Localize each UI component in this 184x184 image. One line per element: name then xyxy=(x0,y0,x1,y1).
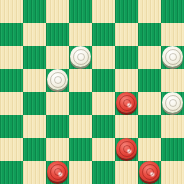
square-r6c2 xyxy=(46,138,69,161)
square-r3c1 xyxy=(23,69,46,92)
square-r0c5[interactable] xyxy=(115,0,138,23)
square-r0c7[interactable] xyxy=(161,0,184,23)
square-r1c7 xyxy=(161,23,184,46)
square-r0c0 xyxy=(0,0,23,23)
square-r4c7[interactable] xyxy=(161,92,184,115)
square-r7c3 xyxy=(69,161,92,184)
square-r5c3 xyxy=(69,115,92,138)
square-r5c0[interactable] xyxy=(0,115,23,138)
square-r7c7 xyxy=(161,161,184,184)
square-r4c6 xyxy=(138,92,161,115)
square-r2c7[interactable] xyxy=(161,46,184,69)
square-r5c2[interactable] xyxy=(46,115,69,138)
square-r1c5 xyxy=(115,23,138,46)
square-r2c6 xyxy=(138,46,161,69)
square-r2c5[interactable] xyxy=(115,46,138,69)
square-r1c4[interactable] xyxy=(92,23,115,46)
square-r2c3[interactable] xyxy=(69,46,92,69)
square-r0c3[interactable] xyxy=(69,0,92,23)
square-r0c4 xyxy=(92,0,115,23)
white-man[interactable] xyxy=(162,46,183,67)
square-r7c1 xyxy=(23,161,46,184)
square-r5c5 xyxy=(115,115,138,138)
square-r3c5 xyxy=(115,69,138,92)
square-r5c7 xyxy=(161,115,184,138)
square-r5c1 xyxy=(23,115,46,138)
square-r4c0 xyxy=(0,92,23,115)
square-r2c4 xyxy=(92,46,115,69)
square-r4c2 xyxy=(46,92,69,115)
white-man[interactable] xyxy=(47,69,68,90)
square-r5c6[interactable] xyxy=(138,115,161,138)
square-r1c1 xyxy=(23,23,46,46)
square-r6c3[interactable] xyxy=(69,138,92,161)
square-r4c4 xyxy=(92,92,115,115)
square-r0c1[interactable] xyxy=(23,0,46,23)
square-r2c1[interactable] xyxy=(23,46,46,69)
square-r3c0[interactable] xyxy=(0,69,23,92)
square-r4c5[interactable] xyxy=(115,92,138,115)
square-r0c6 xyxy=(138,0,161,23)
square-r7c6[interactable] xyxy=(138,161,161,184)
square-r6c0 xyxy=(0,138,23,161)
square-r6c4 xyxy=(92,138,115,161)
square-r1c2[interactable] xyxy=(46,23,69,46)
square-r5c4[interactable] xyxy=(92,115,115,138)
square-r7c5 xyxy=(115,161,138,184)
white-man[interactable] xyxy=(162,92,183,113)
square-r1c6[interactable] xyxy=(138,23,161,46)
red-man[interactable] xyxy=(116,92,137,113)
white-man[interactable] xyxy=(70,46,91,67)
square-r6c6 xyxy=(138,138,161,161)
square-r4c3[interactable] xyxy=(69,92,92,115)
square-r3c6[interactable] xyxy=(138,69,161,92)
square-r7c4[interactable] xyxy=(92,161,115,184)
square-r3c3 xyxy=(69,69,92,92)
square-r0c2 xyxy=(46,0,69,23)
square-r2c2 xyxy=(46,46,69,69)
red-man[interactable] xyxy=(47,161,68,182)
square-r6c1[interactable] xyxy=(23,138,46,161)
square-r3c2[interactable] xyxy=(46,69,69,92)
red-man[interactable] xyxy=(116,138,137,159)
square-r1c0[interactable] xyxy=(0,23,23,46)
square-r1c3 xyxy=(69,23,92,46)
square-r6c5[interactable] xyxy=(115,138,138,161)
red-man[interactable] xyxy=(139,161,160,182)
square-r2c0 xyxy=(0,46,23,69)
checkers-board xyxy=(0,0,184,184)
square-r4c1[interactable] xyxy=(23,92,46,115)
square-r3c4[interactable] xyxy=(92,69,115,92)
square-r3c7 xyxy=(161,69,184,92)
square-r7c2[interactable] xyxy=(46,161,69,184)
square-r7c0[interactable] xyxy=(0,161,23,184)
square-r6c7[interactable] xyxy=(161,138,184,161)
